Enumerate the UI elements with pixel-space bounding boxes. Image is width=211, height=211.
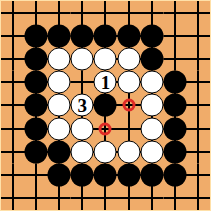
white-stone — [48, 71, 71, 94]
intersection-g9[interactable] — [140, 187, 163, 210]
white-stone — [140, 140, 163, 163]
intersection-h7[interactable] — [164, 140, 187, 163]
intersection-d8[interactable] — [71, 164, 94, 187]
black-stone — [117, 164, 140, 187]
black-stone — [164, 164, 187, 187]
black-stone — [48, 140, 71, 163]
intersection-c8[interactable] — [47, 164, 70, 187]
intersection-b8[interactable] — [24, 164, 47, 187]
intersection-d2[interactable] — [71, 24, 94, 47]
intersection-d7[interactable] — [71, 140, 94, 163]
intersection-h3[interactable] — [164, 47, 187, 70]
black-stone — [71, 164, 94, 187]
intersection-d4[interactable] — [71, 71, 94, 94]
intersection-d3[interactable] — [71, 47, 94, 70]
intersection-b7[interactable] — [24, 140, 47, 163]
intersection-b5[interactable] — [24, 94, 47, 117]
intersection-c4[interactable] — [47, 71, 70, 94]
intersection-g7[interactable] — [140, 140, 163, 163]
black-stone — [24, 48, 47, 71]
intersection-b1[interactable] — [24, 1, 47, 24]
go-board: 13 — [0, 0, 211, 211]
white-stone — [48, 117, 71, 140]
intersection-c3[interactable] — [47, 47, 70, 70]
intersection-e9[interactable] — [94, 187, 117, 210]
intersection-f8[interactable] — [117, 164, 140, 187]
intersection-a6[interactable] — [1, 117, 24, 140]
intersection-e1[interactable] — [94, 1, 117, 24]
black-stone — [140, 164, 163, 187]
intersection-a3[interactable] — [1, 47, 24, 70]
intersection-c1[interactable] — [47, 1, 70, 24]
black-stone — [24, 140, 47, 163]
intersection-c7[interactable] — [47, 140, 70, 163]
black-stone — [140, 24, 163, 47]
stone-number-label: 3 — [78, 96, 88, 115]
intersection-c9[interactable] — [47, 187, 70, 210]
intersection-c2[interactable] — [47, 24, 70, 47]
white-stone — [71, 140, 94, 163]
white-stone-1: 1 — [94, 71, 117, 94]
white-stone — [140, 94, 163, 117]
black-stone — [164, 94, 187, 117]
intersection-i6[interactable] — [187, 117, 210, 140]
red-circle-marker-icon — [122, 99, 135, 112]
intersection-b3[interactable] — [24, 47, 47, 70]
red-circle-marker-icon — [99, 122, 112, 135]
intersection-e2[interactable] — [94, 24, 117, 47]
intersection-e5[interactable] — [94, 94, 117, 117]
intersection-e4[interactable]: 1 — [94, 71, 117, 94]
intersection-g3[interactable] — [140, 47, 163, 70]
black-stone — [71, 24, 94, 47]
intersection-a1[interactable] — [1, 1, 24, 24]
intersection-b9[interactable] — [24, 187, 47, 210]
intersection-g1[interactable] — [140, 1, 163, 24]
intersection-a8[interactable] — [1, 164, 24, 187]
intersection-h4[interactable] — [164, 71, 187, 94]
intersection-f1[interactable] — [117, 1, 140, 24]
black-stone — [24, 117, 47, 140]
black-stone — [48, 164, 71, 187]
intersection-a9[interactable] — [1, 187, 24, 210]
intersection-d1[interactable] — [71, 1, 94, 24]
white-stone — [48, 48, 71, 71]
intersection-f7[interactable] — [117, 140, 140, 163]
intersection-i8[interactable] — [187, 164, 210, 187]
intersection-a5[interactable] — [1, 94, 24, 117]
intersection-d9[interactable] — [71, 187, 94, 210]
intersection-i9[interactable] — [187, 187, 210, 210]
black-stone — [24, 71, 47, 94]
intersection-c5[interactable] — [47, 94, 70, 117]
black-stone — [94, 94, 117, 117]
intersection-g4[interactable] — [140, 71, 163, 94]
intersection-f6[interactable] — [117, 117, 140, 140]
intersection-h5[interactable] — [164, 94, 187, 117]
intersection-g5[interactable] — [140, 94, 163, 117]
intersection-f5[interactable] — [117, 94, 140, 117]
white-stone — [71, 48, 94, 71]
intersection-a7[interactable] — [1, 140, 24, 163]
intersection-a2[interactable] — [1, 24, 24, 47]
intersection-f2[interactable] — [117, 24, 140, 47]
intersection-a4[interactable] — [1, 71, 24, 94]
intersection-i7[interactable] — [187, 140, 210, 163]
white-stone — [140, 71, 163, 94]
intersection-e7[interactable] — [94, 140, 117, 163]
white-stone — [94, 140, 117, 163]
intersection-i4[interactable] — [187, 71, 210, 94]
intersection-i5[interactable] — [187, 94, 210, 117]
intersection-h8[interactable] — [164, 164, 187, 187]
intersection-g8[interactable] — [140, 164, 163, 187]
white-stone — [48, 94, 71, 117]
black-stone — [24, 24, 47, 47]
intersection-i2[interactable] — [187, 24, 210, 47]
black-stone — [117, 24, 140, 47]
intersection-h6[interactable] — [164, 117, 187, 140]
intersection-h9[interactable] — [164, 187, 187, 210]
intersection-i3[interactable] — [187, 47, 210, 70]
intersection-f4[interactable] — [117, 71, 140, 94]
stone-number-label: 1 — [101, 73, 111, 92]
white-stone — [117, 140, 140, 163]
intersection-b6[interactable] — [24, 117, 47, 140]
white-stone — [71, 117, 94, 140]
intersection-f3[interactable] — [117, 47, 140, 70]
white-stone — [140, 117, 163, 140]
black-stone — [140, 48, 163, 71]
black-stone — [94, 24, 117, 47]
intersection-e3[interactable] — [94, 47, 117, 70]
black-stone — [164, 117, 187, 140]
white-stone — [117, 71, 140, 94]
black-stone — [94, 164, 117, 187]
black-stone — [48, 24, 71, 47]
black-stone — [24, 94, 47, 117]
intersection-c6[interactable] — [47, 117, 70, 140]
intersection-b4[interactable] — [24, 71, 47, 94]
intersection-g2[interactable] — [140, 24, 163, 47]
white-stone-3: 3 — [71, 94, 94, 117]
intersection-h2[interactable] — [164, 24, 187, 47]
board-grid: 13 — [1, 1, 210, 210]
intersection-i1[interactable] — [187, 1, 210, 24]
intersection-e6[interactable] — [94, 117, 117, 140]
intersection-d6[interactable] — [71, 117, 94, 140]
intersection-d5[interactable]: 3 — [71, 94, 94, 117]
white-stone — [117, 48, 140, 71]
black-stone — [164, 71, 187, 94]
white-stone — [94, 48, 117, 71]
black-stone — [164, 140, 187, 163]
intersection-g6[interactable] — [140, 117, 163, 140]
intersection-f9[interactable] — [117, 187, 140, 210]
intersection-e8[interactable] — [94, 164, 117, 187]
intersection-b2[interactable] — [24, 24, 47, 47]
intersection-h1[interactable] — [164, 1, 187, 24]
